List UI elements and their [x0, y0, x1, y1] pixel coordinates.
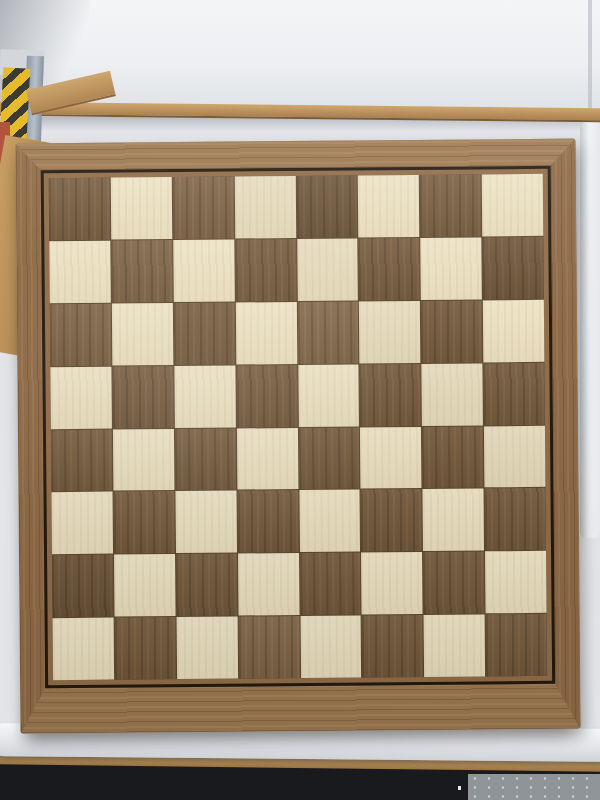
- square-r6c4: [237, 490, 298, 552]
- square-r1c3: [172, 177, 233, 239]
- square-r6c3: [175, 491, 236, 553]
- square-r5c2: [113, 429, 174, 491]
- square-r3c2: [112, 303, 173, 365]
- square-r4c5: [298, 364, 359, 426]
- square-r3c6: [359, 301, 420, 363]
- square-r5c5: [298, 427, 359, 489]
- square-r1c1: [49, 178, 110, 240]
- square-r2c6: [359, 238, 420, 300]
- square-r4c8: [483, 362, 544, 424]
- square-r4c2: [112, 366, 173, 428]
- square-r7c8: [485, 551, 546, 613]
- square-r6c7: [423, 489, 484, 551]
- square-r5c7: [422, 426, 483, 488]
- square-r1c2: [111, 177, 172, 239]
- square-r1c6: [358, 175, 419, 237]
- square-r6c5: [299, 490, 360, 552]
- square-r6c8: [485, 488, 546, 550]
- square-r2c3: [173, 239, 234, 301]
- square-r5c6: [360, 426, 421, 488]
- square-r8c1: [53, 618, 114, 680]
- square-r2c7: [421, 237, 482, 299]
- square-r6c6: [361, 489, 422, 551]
- square-r7c1: [52, 555, 113, 617]
- concrete-floor-patch: [468, 774, 600, 800]
- square-r6c2: [113, 491, 174, 553]
- square-r3c3: [174, 302, 235, 364]
- square-r5c1: [51, 429, 112, 491]
- board-frame: [15, 139, 580, 734]
- square-r1c4: [234, 176, 295, 238]
- square-r2c2: [111, 240, 172, 302]
- square-r3c8: [483, 300, 544, 362]
- board-grid: [49, 174, 547, 680]
- square-r1c7: [420, 174, 481, 236]
- square-r4c1: [50, 366, 111, 428]
- chess-board: [15, 139, 580, 734]
- square-r3c7: [421, 300, 482, 362]
- square-r2c8: [482, 237, 543, 299]
- square-r4c6: [360, 364, 421, 426]
- square-r5c8: [484, 425, 545, 487]
- square-r7c2: [114, 554, 175, 616]
- square-r2c5: [297, 238, 358, 300]
- square-r8c6: [362, 615, 423, 677]
- square-r7c3: [176, 554, 237, 616]
- square-r7c5: [300, 553, 361, 615]
- square-r7c6: [361, 552, 422, 614]
- square-r1c8: [482, 174, 543, 236]
- square-r2c4: [235, 239, 296, 301]
- square-r8c4: [238, 616, 299, 678]
- square-r6c1: [51, 492, 112, 554]
- frame-rail-right: [550, 139, 580, 729]
- product-photo: [0, 0, 600, 800]
- square-r8c2: [114, 617, 175, 679]
- square-r3c5: [297, 301, 358, 363]
- square-r8c5: [300, 616, 361, 678]
- square-r3c4: [235, 302, 296, 364]
- square-r1c5: [296, 175, 357, 237]
- square-r4c3: [174, 365, 235, 427]
- square-r5c3: [175, 428, 236, 490]
- square-r7c7: [423, 552, 484, 614]
- square-r8c7: [424, 615, 485, 677]
- square-r3c1: [50, 303, 111, 365]
- square-r8c8: [486, 614, 547, 676]
- foam-edge-right: [580, 118, 600, 538]
- square-r5c4: [237, 428, 298, 490]
- inlay-border: [41, 166, 556, 688]
- frame-rail-bottom: [20, 684, 580, 734]
- square-r4c4: [236, 365, 297, 427]
- square-r4c7: [422, 363, 483, 425]
- square-r2c1: [49, 241, 110, 303]
- square-r8c3: [176, 617, 237, 679]
- square-r7c4: [238, 553, 299, 615]
